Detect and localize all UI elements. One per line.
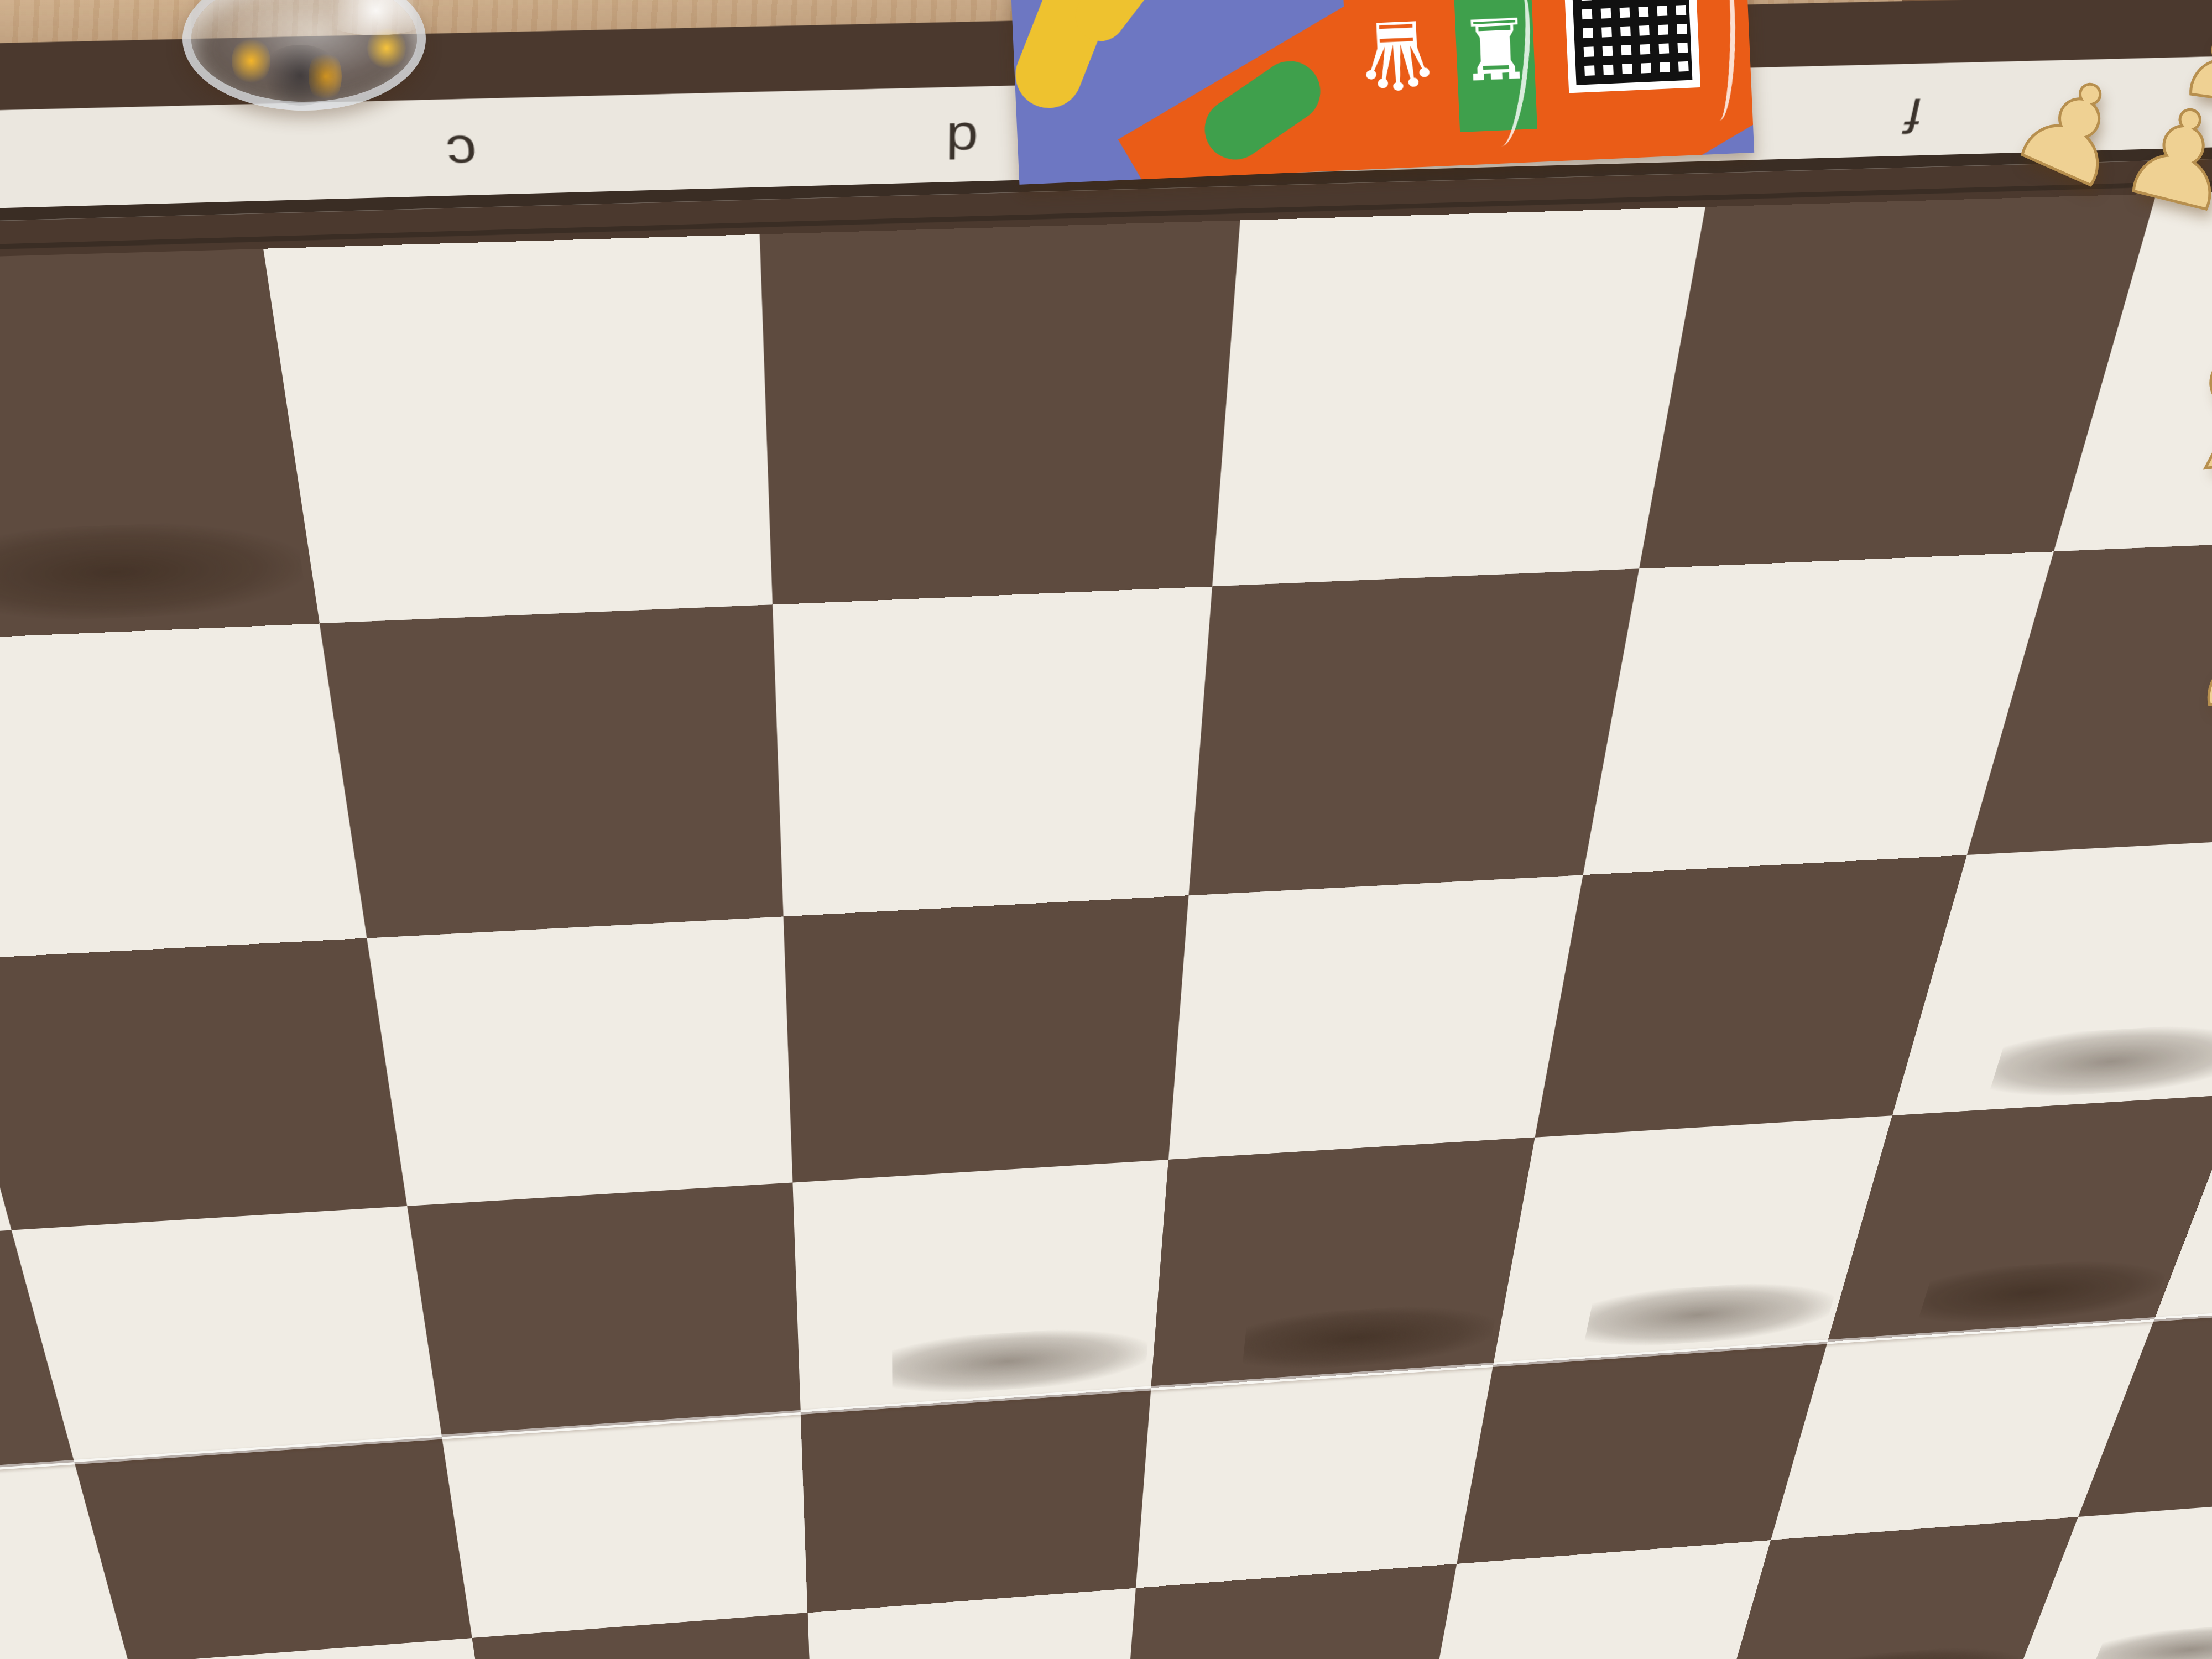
piece-shadow [1799, 1642, 2025, 1659]
square-f7[interactable] [1583, 551, 2054, 875]
square-c7[interactable] [320, 604, 784, 938]
square-e4[interactable] [1136, 1365, 1493, 1588]
square-f4[interactable] [1457, 1342, 1828, 1563]
captured-white-pawn[interactable]: ♟ [2017, 66, 2131, 194]
captured-white-bishop[interactable]: ♝ [2159, 310, 2212, 492]
piece-shadow [2088, 1619, 2212, 1659]
flyer-queen-tile: ♛ [1343, 0, 1452, 132]
captured-white-pawn[interactable]: ♟ [2190, 597, 2212, 724]
flyer-qr-code [1563, 0, 1700, 93]
photo-scene: abcdefgh 87654321 87654321 abcdefgh ♜♚♜♟… [0, 0, 2212, 1659]
square-b4[interactable] [74, 1437, 472, 1659]
square-e8[interactable] [1212, 207, 1705, 586]
board-grid: ♜♚♜♟♝♞♟♞♟♟♚ [0, 169, 2212, 1659]
vinyl-board: abcdefgh 87654321 87654321 abcdefgh ♜♚♜♟… [0, 0, 2212, 1659]
square-d7[interactable] [773, 586, 1212, 916]
square-d5[interactable]: ♝ [792, 1160, 1168, 1412]
square-d4[interactable] [801, 1388, 1151, 1613]
square-d6[interactable] [784, 895, 1189, 1182]
square-e6[interactable] [1168, 875, 1583, 1160]
square-e7[interactable] [1188, 568, 1639, 895]
square-c6[interactable] [367, 916, 792, 1206]
glass-highlight [315, 0, 437, 35]
glass-shadow-blob [259, 45, 342, 106]
board-3d-wrapper: abcdefgh 87654321 87654321 abcdefgh ♜♚♜♟… [0, 0, 2212, 1659]
square-e5[interactable]: ♞ [1151, 1138, 1535, 1389]
square-c5[interactable] [407, 1182, 801, 1437]
square-b6[interactable] [0, 938, 407, 1230]
square-b7[interactable] [0, 623, 367, 960]
square-c8[interactable] [263, 234, 773, 624]
board-plane: abcdefgh 87654321 87654321 abcdefgh ♜♚♜♟… [0, 0, 2212, 1659]
square-c4[interactable] [442, 1412, 807, 1638]
square-b5[interactable] [12, 1206, 442, 1462]
chess-flyer: ♛ ♜ [1011, 0, 1754, 185]
captured-white-pawn[interactable]: ♟ [2179, 6, 2212, 116]
black-pawn-f5[interactable]: ♟ [1567, 1124, 1765, 1344]
